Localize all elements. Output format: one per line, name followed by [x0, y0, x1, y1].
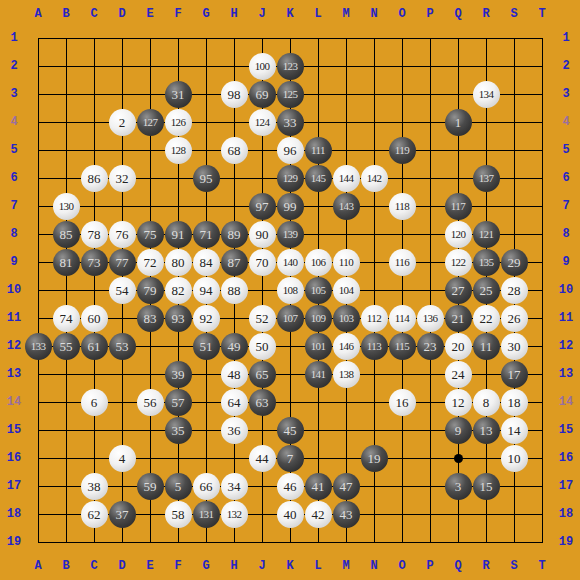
stone-G10[interactable]: 94 [193, 277, 220, 304]
stone-J4[interactable]: 124 [249, 109, 276, 136]
coord-label-O: O [398, 559, 405, 573]
stone-F11[interactable]: 93 [165, 305, 192, 332]
stone-J8[interactable]: 90 [249, 221, 276, 248]
stone-H15[interactable]: 36 [221, 417, 248, 444]
stone-J14[interactable]: 63 [249, 389, 276, 416]
stone-D16[interactable]: 4 [109, 445, 136, 472]
stone-D10[interactable]: 54 [109, 277, 136, 304]
stone-K10[interactable]: 108 [277, 277, 304, 304]
stone-L5[interactable]: 111 [305, 137, 332, 164]
stone-E17[interactable]: 59 [137, 473, 164, 500]
star-point-Q16 [454, 454, 463, 463]
stone-B9[interactable]: 81 [53, 249, 80, 276]
coord-label-A: A [34, 7, 41, 21]
stone-R6[interactable]: 137 [473, 165, 500, 192]
stone-B7[interactable]: 130 [53, 193, 80, 220]
stone-G9[interactable]: 84 [193, 249, 220, 276]
stone-D4[interactable]: 2 [109, 109, 136, 136]
coord-label-H: H [230, 7, 237, 21]
stone-M6[interactable]: 144 [333, 165, 360, 192]
stone-P11[interactable]: 136 [417, 305, 444, 332]
stone-K9[interactable]: 140 [277, 249, 304, 276]
stone-Q15[interactable]: 9 [445, 417, 472, 444]
stone-K8[interactable]: 139 [277, 221, 304, 248]
coord-label-3: 3 [10, 87, 17, 101]
stone-K7[interactable]: 99 [277, 193, 304, 220]
go-board-frame: ABCDEFGHJKLMNOPQRST ABCDEFGHJKLMNOPQRST … [0, 0, 580, 580]
coord-label-F: F [174, 7, 181, 21]
coord-label-16: 16 [559, 451, 573, 465]
stone-L18[interactable]: 42 [305, 501, 332, 528]
stone-D6[interactable]: 32 [109, 165, 136, 192]
stone-O5[interactable]: 119 [389, 137, 416, 164]
labels-right: 12345678910111213141516171819 [552, 24, 580, 556]
coord-label-11: 11 [7, 311, 21, 325]
stone-E14[interactable]: 56 [137, 389, 164, 416]
stone-J9[interactable]: 70 [249, 249, 276, 276]
stone-H3[interactable]: 98 [221, 81, 248, 108]
stone-M9[interactable]: 110 [333, 249, 360, 276]
stone-R12[interactable]: 11 [473, 333, 500, 360]
stone-N12[interactable]: 113 [361, 333, 388, 360]
stone-L13[interactable]: 141 [305, 361, 332, 388]
stone-M11[interactable]: 103 [333, 305, 360, 332]
stone-S16[interactable]: 10 [501, 445, 528, 472]
stone-L11[interactable]: 109 [305, 305, 332, 332]
coord-label-7: 7 [10, 199, 17, 213]
coord-label-N: N [370, 7, 377, 21]
stone-M13[interactable]: 138 [333, 361, 360, 388]
coord-label-R: R [482, 559, 489, 573]
coord-label-13: 13 [559, 367, 573, 381]
coord-label-12: 12 [559, 339, 573, 353]
stone-B11[interactable]: 74 [53, 305, 80, 332]
stone-H9[interactable]: 87 [221, 249, 248, 276]
coord-label-H: H [230, 559, 237, 573]
stone-N11[interactable]: 112 [361, 305, 388, 332]
stone-O14[interactable]: 16 [389, 389, 416, 416]
stone-O11[interactable]: 114 [389, 305, 416, 332]
stone-R8[interactable]: 121 [473, 221, 500, 248]
coord-label-G: G [202, 7, 209, 21]
stone-H5[interactable]: 68 [221, 137, 248, 164]
stone-C11[interactable]: 60 [81, 305, 108, 332]
stone-K16[interactable]: 7 [277, 445, 304, 472]
stone-S15[interactable]: 14 [501, 417, 528, 444]
stone-G11[interactable]: 92 [193, 305, 220, 332]
stone-O9[interactable]: 116 [389, 249, 416, 276]
coord-label-14: 14 [7, 395, 21, 409]
stone-A12[interactable]: 133 [25, 333, 52, 360]
stone-L12[interactable]: 101 [305, 333, 332, 360]
stone-F5[interactable]: 128 [165, 137, 192, 164]
stone-D12[interactable]: 53 [109, 333, 136, 360]
stone-R17[interactable]: 15 [473, 473, 500, 500]
stone-C18[interactable]: 62 [81, 501, 108, 528]
stone-O7[interactable]: 118 [389, 193, 416, 220]
coord-label-2: 2 [10, 59, 17, 73]
stone-F8[interactable]: 91 [165, 221, 192, 248]
stone-J3[interactable]: 69 [249, 81, 276, 108]
coord-label-K: K [286, 559, 293, 573]
stone-R9[interactable]: 135 [473, 249, 500, 276]
coord-label-1: 1 [10, 31, 17, 45]
stone-S12[interactable]: 30 [501, 333, 528, 360]
coord-label-A: A [34, 559, 41, 573]
coord-label-J: J [258, 559, 265, 573]
stone-J7[interactable]: 97 [249, 193, 276, 220]
stone-Q4[interactable]: 1 [445, 109, 472, 136]
stone-M10[interactable]: 104 [333, 277, 360, 304]
coord-label-4: 4 [10, 115, 17, 129]
stone-S10[interactable]: 28 [501, 277, 528, 304]
stone-R10[interactable]: 25 [473, 277, 500, 304]
stone-H10[interactable]: 88 [221, 277, 248, 304]
stone-Q11[interactable]: 21 [445, 305, 472, 332]
stone-R15[interactable]: 13 [473, 417, 500, 444]
coord-label-P: P [426, 7, 433, 21]
stone-L10[interactable]: 105 [305, 277, 332, 304]
stone-N6[interactable]: 142 [361, 165, 388, 192]
stone-E9[interactable]: 72 [137, 249, 164, 276]
stone-K17[interactable]: 46 [277, 473, 304, 500]
coord-label-15: 15 [559, 423, 573, 437]
coord-label-C: C [90, 559, 97, 573]
stone-K18[interactable]: 40 [277, 501, 304, 528]
stone-E11[interactable]: 83 [137, 305, 164, 332]
stone-H17[interactable]: 34 [221, 473, 248, 500]
stone-E10[interactable]: 79 [137, 277, 164, 304]
coord-label-7: 7 [562, 199, 569, 213]
stone-C8[interactable]: 78 [81, 221, 108, 248]
stone-Q9[interactable]: 122 [445, 249, 472, 276]
stone-K15[interactable]: 45 [277, 417, 304, 444]
stone-D18[interactable]: 37 [109, 501, 136, 528]
stone-H8[interactable]: 89 [221, 221, 248, 248]
stone-M17[interactable]: 47 [333, 473, 360, 500]
coord-label-13: 13 [7, 367, 21, 381]
coord-label-5: 5 [10, 143, 17, 157]
stone-K6[interactable]: 129 [277, 165, 304, 192]
stone-J11[interactable]: 52 [249, 305, 276, 332]
stone-K5[interactable]: 96 [277, 137, 304, 164]
stone-H12[interactable]: 49 [221, 333, 248, 360]
coord-label-4: 4 [562, 115, 569, 129]
coord-label-10: 10 [7, 283, 21, 297]
coord-label-3: 3 [562, 87, 569, 101]
coord-label-15: 15 [7, 423, 21, 437]
stone-E4[interactable]: 127 [137, 109, 164, 136]
stone-J12[interactable]: 50 [249, 333, 276, 360]
stone-F13[interactable]: 39 [165, 361, 192, 388]
stone-F3[interactable]: 31 [165, 81, 192, 108]
stone-D8[interactable]: 76 [109, 221, 136, 248]
coord-label-2: 2 [562, 59, 569, 73]
stone-G18[interactable]: 131 [193, 501, 220, 528]
stone-C14[interactable]: 6 [81, 389, 108, 416]
stone-Q13[interactable]: 24 [445, 361, 472, 388]
stone-F18[interactable]: 58 [165, 501, 192, 528]
coord-label-19: 19 [7, 535, 21, 549]
stone-H14[interactable]: 64 [221, 389, 248, 416]
stone-J2[interactable]: 100 [249, 53, 276, 80]
stone-F9[interactable]: 80 [165, 249, 192, 276]
coord-label-11: 11 [559, 311, 573, 325]
stone-K4[interactable]: 33 [277, 109, 304, 136]
coord-label-6: 6 [562, 171, 569, 185]
stone-E8[interactable]: 75 [137, 221, 164, 248]
stone-Q12[interactable]: 20 [445, 333, 472, 360]
stone-S11[interactable]: 26 [501, 305, 528, 332]
goban-grid[interactable]: 1234567891011121314151617181920212223242… [24, 24, 556, 556]
stone-R11[interactable]: 22 [473, 305, 500, 332]
coord-label-P: P [426, 559, 433, 573]
coord-label-E: E [146, 559, 153, 573]
stone-F17[interactable]: 5 [165, 473, 192, 500]
coord-label-9: 9 [562, 255, 569, 269]
stone-O12[interactable]: 115 [389, 333, 416, 360]
stone-G6[interactable]: 95 [193, 165, 220, 192]
coord-label-18: 18 [559, 507, 573, 521]
stone-C17[interactable]: 38 [81, 473, 108, 500]
stone-M12[interactable]: 146 [333, 333, 360, 360]
stone-F4[interactable]: 126 [165, 109, 192, 136]
stone-L9[interactable]: 106 [305, 249, 332, 276]
coord-label-17: 17 [7, 479, 21, 493]
stone-M18[interactable]: 43 [333, 501, 360, 528]
coord-label-F: F [174, 559, 181, 573]
coord-label-Q: Q [454, 559, 461, 573]
coord-label-D: D [118, 7, 125, 21]
stone-R14[interactable]: 8 [473, 389, 500, 416]
stone-C12[interactable]: 61 [81, 333, 108, 360]
stone-J13[interactable]: 65 [249, 361, 276, 388]
labels-bottom: ABCDEFGHJKLMNOPQRST [24, 552, 556, 580]
stone-R3[interactable]: 134 [473, 81, 500, 108]
coord-label-C: C [90, 7, 97, 21]
stone-K3[interactable]: 125 [277, 81, 304, 108]
coord-label-5: 5 [562, 143, 569, 157]
stone-G12[interactable]: 51 [193, 333, 220, 360]
stone-F10[interactable]: 82 [165, 277, 192, 304]
stone-S13[interactable]: 17 [501, 361, 528, 388]
coord-label-K: K [286, 7, 293, 21]
coord-label-T: T [538, 559, 545, 573]
stone-C9[interactable]: 73 [81, 249, 108, 276]
coord-label-J: J [258, 7, 265, 21]
coord-label-M: M [342, 559, 349, 573]
stone-K2[interactable]: 123 [277, 53, 304, 80]
stone-S9[interactable]: 29 [501, 249, 528, 276]
stone-G8[interactable]: 71 [193, 221, 220, 248]
coord-label-B: B [62, 559, 69, 573]
stone-N16[interactable]: 19 [361, 445, 388, 472]
stone-B12[interactable]: 55 [53, 333, 80, 360]
coord-label-8: 8 [10, 227, 17, 241]
coord-label-14: 14 [559, 395, 573, 409]
stone-Q14[interactable]: 12 [445, 389, 472, 416]
coord-label-G: G [202, 559, 209, 573]
stone-Q8[interactable]: 120 [445, 221, 472, 248]
coord-label-6: 6 [10, 171, 17, 185]
coord-label-B: B [62, 7, 69, 21]
coord-label-10: 10 [559, 283, 573, 297]
stone-F14[interactable]: 57 [165, 389, 192, 416]
stone-D9[interactable]: 77 [109, 249, 136, 276]
stone-Q10[interactable]: 27 [445, 277, 472, 304]
coord-label-16: 16 [7, 451, 21, 465]
stone-L6[interactable]: 145 [305, 165, 332, 192]
coord-label-S: S [510, 559, 517, 573]
stone-K11[interactable]: 107 [277, 305, 304, 332]
stone-G17[interactable]: 66 [193, 473, 220, 500]
coord-label-L: L [314, 559, 321, 573]
stone-H13[interactable]: 48 [221, 361, 248, 388]
stone-L17[interactable]: 41 [305, 473, 332, 500]
coord-label-S: S [510, 7, 517, 21]
coord-label-N: N [370, 559, 377, 573]
stone-B8[interactable]: 85 [53, 221, 80, 248]
coord-label-T: T [538, 7, 545, 21]
coord-label-L: L [314, 7, 321, 21]
stone-H18[interactable]: 132 [221, 501, 248, 528]
coord-label-12: 12 [7, 339, 21, 353]
coord-label-M: M [342, 7, 349, 21]
coord-label-R: R [482, 7, 489, 21]
stone-J16[interactable]: 44 [249, 445, 276, 472]
stone-Q17[interactable]: 3 [445, 473, 472, 500]
stone-P12[interactable]: 23 [417, 333, 444, 360]
stone-C6[interactable]: 86 [81, 165, 108, 192]
coord-label-E: E [146, 7, 153, 21]
coord-label-1: 1 [562, 31, 569, 45]
stone-M7[interactable]: 143 [333, 193, 360, 220]
coord-label-O: O [398, 7, 405, 21]
stone-S14[interactable]: 18 [501, 389, 528, 416]
coord-label-18: 18 [7, 507, 21, 521]
coord-label-17: 17 [559, 479, 573, 493]
coord-label-9: 9 [10, 255, 17, 269]
coord-label-8: 8 [562, 227, 569, 241]
stone-Q7[interactable]: 117 [445, 193, 472, 220]
coord-label-Q: Q [454, 7, 461, 21]
stone-F15[interactable]: 35 [165, 417, 192, 444]
coord-label-19: 19 [559, 535, 573, 549]
coord-label-D: D [118, 559, 125, 573]
